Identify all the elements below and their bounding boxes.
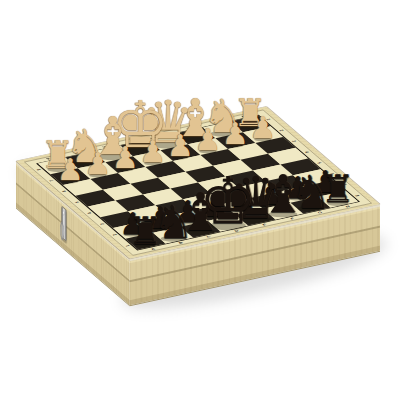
metal-clasp-icon [61, 206, 66, 242]
chess-set-product-photo: 87654321 12345678 ABCDEFGH ABCDEFGH ♜♞♝♚… [0, 0, 400, 400]
